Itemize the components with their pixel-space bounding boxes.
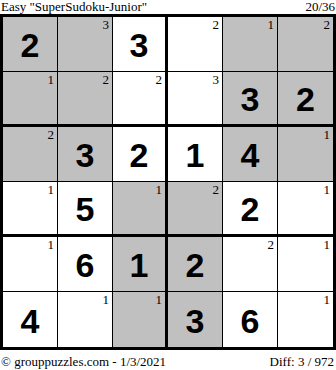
given-digit: 6 bbox=[58, 237, 112, 291]
cell-r1c3[interactable]: 3 bbox=[113, 17, 168, 72]
cell-r1c2[interactable]: 3 bbox=[58, 17, 113, 72]
corner-mark: 2 bbox=[156, 73, 163, 86]
given-digit: 3 bbox=[58, 127, 112, 181]
page-header: Easy "SuperSudoku-Junior" 20/36 bbox=[0, 0, 336, 14]
corner-mark: 2 bbox=[48, 128, 55, 141]
corner-mark: 1 bbox=[156, 293, 163, 306]
cell-r3c1[interactable]: 2 bbox=[3, 127, 58, 182]
sudoku-board: 233212122332232141151221161221411361 bbox=[0, 14, 336, 350]
given-digit: 6 bbox=[223, 292, 277, 347]
cell-r4c6[interactable]: 1 bbox=[278, 182, 333, 237]
given-digit: 3 bbox=[113, 17, 165, 71]
cell-r4c5[interactable]: 2 bbox=[223, 182, 278, 237]
cell-r5c4[interactable]: 2 bbox=[168, 237, 223, 292]
cell-r1c6[interactable]: 2 bbox=[278, 17, 333, 72]
cell-r5c2[interactable]: 6 bbox=[58, 237, 113, 292]
given-digit: 2 bbox=[223, 182, 277, 234]
cell-r3c5[interactable]: 4 bbox=[223, 127, 278, 182]
puzzle-page: Easy "SuperSudoku-Junior" 20/36 23321212… bbox=[0, 0, 336, 370]
corner-mark: 3 bbox=[213, 73, 220, 86]
cell-r2c3[interactable]: 2 bbox=[113, 72, 168, 127]
cell-r1c1[interactable]: 2 bbox=[3, 17, 58, 72]
cell-r6c2[interactable]: 1 bbox=[58, 292, 113, 347]
given-digit: 1 bbox=[113, 237, 165, 291]
cell-r5c5[interactable]: 2 bbox=[223, 237, 278, 292]
corner-mark: 1 bbox=[324, 238, 331, 251]
given-digit: 5 bbox=[58, 182, 112, 234]
cell-r3c2[interactable]: 3 bbox=[58, 127, 113, 182]
page-footer: © grouppuzzles.com - 1/3/2021 Diff: 3 / … bbox=[0, 350, 336, 370]
cell-r6c5[interactable]: 6 bbox=[223, 292, 278, 347]
cell-r2c2[interactable]: 2 bbox=[58, 72, 113, 127]
cell-r3c6[interactable]: 1 bbox=[278, 127, 333, 182]
copyright-text: © grouppuzzles.com - 1/3/2021 bbox=[0, 354, 166, 370]
cell-r1c5[interactable]: 1 bbox=[223, 17, 278, 72]
cell-r1c4[interactable]: 2 bbox=[168, 17, 223, 72]
cell-r4c2[interactable]: 5 bbox=[58, 182, 113, 237]
difficulty-text: Diff: 3 / 972 bbox=[270, 354, 336, 370]
corner-mark: 3 bbox=[103, 18, 110, 31]
cell-r5c3[interactable]: 1 bbox=[113, 237, 168, 292]
corner-mark: 1 bbox=[324, 128, 331, 141]
corner-mark: 2 bbox=[324, 18, 331, 31]
corner-mark: 1 bbox=[48, 73, 55, 86]
given-digit: 2 bbox=[168, 237, 222, 291]
corner-mark: 1 bbox=[324, 183, 331, 196]
given-digit: 2 bbox=[113, 127, 165, 181]
puzzle-counter: 20/36 bbox=[305, 0, 336, 13]
corner-mark: 1 bbox=[48, 238, 55, 251]
cell-r2c5[interactable]: 3 bbox=[223, 72, 278, 127]
corner-mark: 2 bbox=[213, 183, 220, 196]
corner-mark: 1 bbox=[48, 183, 55, 196]
cell-r6c4[interactable]: 3 bbox=[168, 292, 223, 347]
corner-mark: 1 bbox=[103, 293, 110, 306]
given-digit: 1 bbox=[168, 127, 222, 181]
cell-r2c6[interactable]: 2 bbox=[278, 72, 333, 127]
corner-mark: 2 bbox=[268, 238, 275, 251]
given-digit: 4 bbox=[3, 292, 57, 347]
corner-mark: 2 bbox=[213, 18, 220, 31]
cell-r3c4[interactable]: 1 bbox=[168, 127, 223, 182]
cell-r2c4[interactable]: 3 bbox=[168, 72, 223, 127]
cell-r6c3[interactable]: 1 bbox=[113, 292, 168, 347]
cell-r5c1[interactable]: 1 bbox=[3, 237, 58, 292]
cell-r6c1[interactable]: 4 bbox=[3, 292, 58, 347]
corner-mark: 2 bbox=[103, 73, 110, 86]
given-digit: 2 bbox=[278, 72, 333, 124]
cell-r6c6[interactable]: 1 bbox=[278, 292, 333, 347]
cell-r5c6[interactable]: 1 bbox=[278, 237, 333, 292]
puzzle-title: Easy "SuperSudoku-Junior" bbox=[0, 0, 147, 13]
cell-r4c4[interactable]: 2 bbox=[168, 182, 223, 237]
cell-r4c3[interactable]: 1 bbox=[113, 182, 168, 237]
cell-r3c3[interactable]: 2 bbox=[113, 127, 168, 182]
corner-mark: 1 bbox=[324, 293, 331, 306]
corner-mark: 1 bbox=[268, 18, 275, 31]
given-digit: 4 bbox=[223, 127, 277, 181]
given-digit: 2 bbox=[3, 17, 57, 71]
given-digit: 3 bbox=[168, 292, 222, 347]
corner-mark: 1 bbox=[156, 183, 163, 196]
cell-r4c1[interactable]: 1 bbox=[3, 182, 58, 237]
cell-r2c1[interactable]: 1 bbox=[3, 72, 58, 127]
given-digit: 3 bbox=[223, 72, 277, 124]
